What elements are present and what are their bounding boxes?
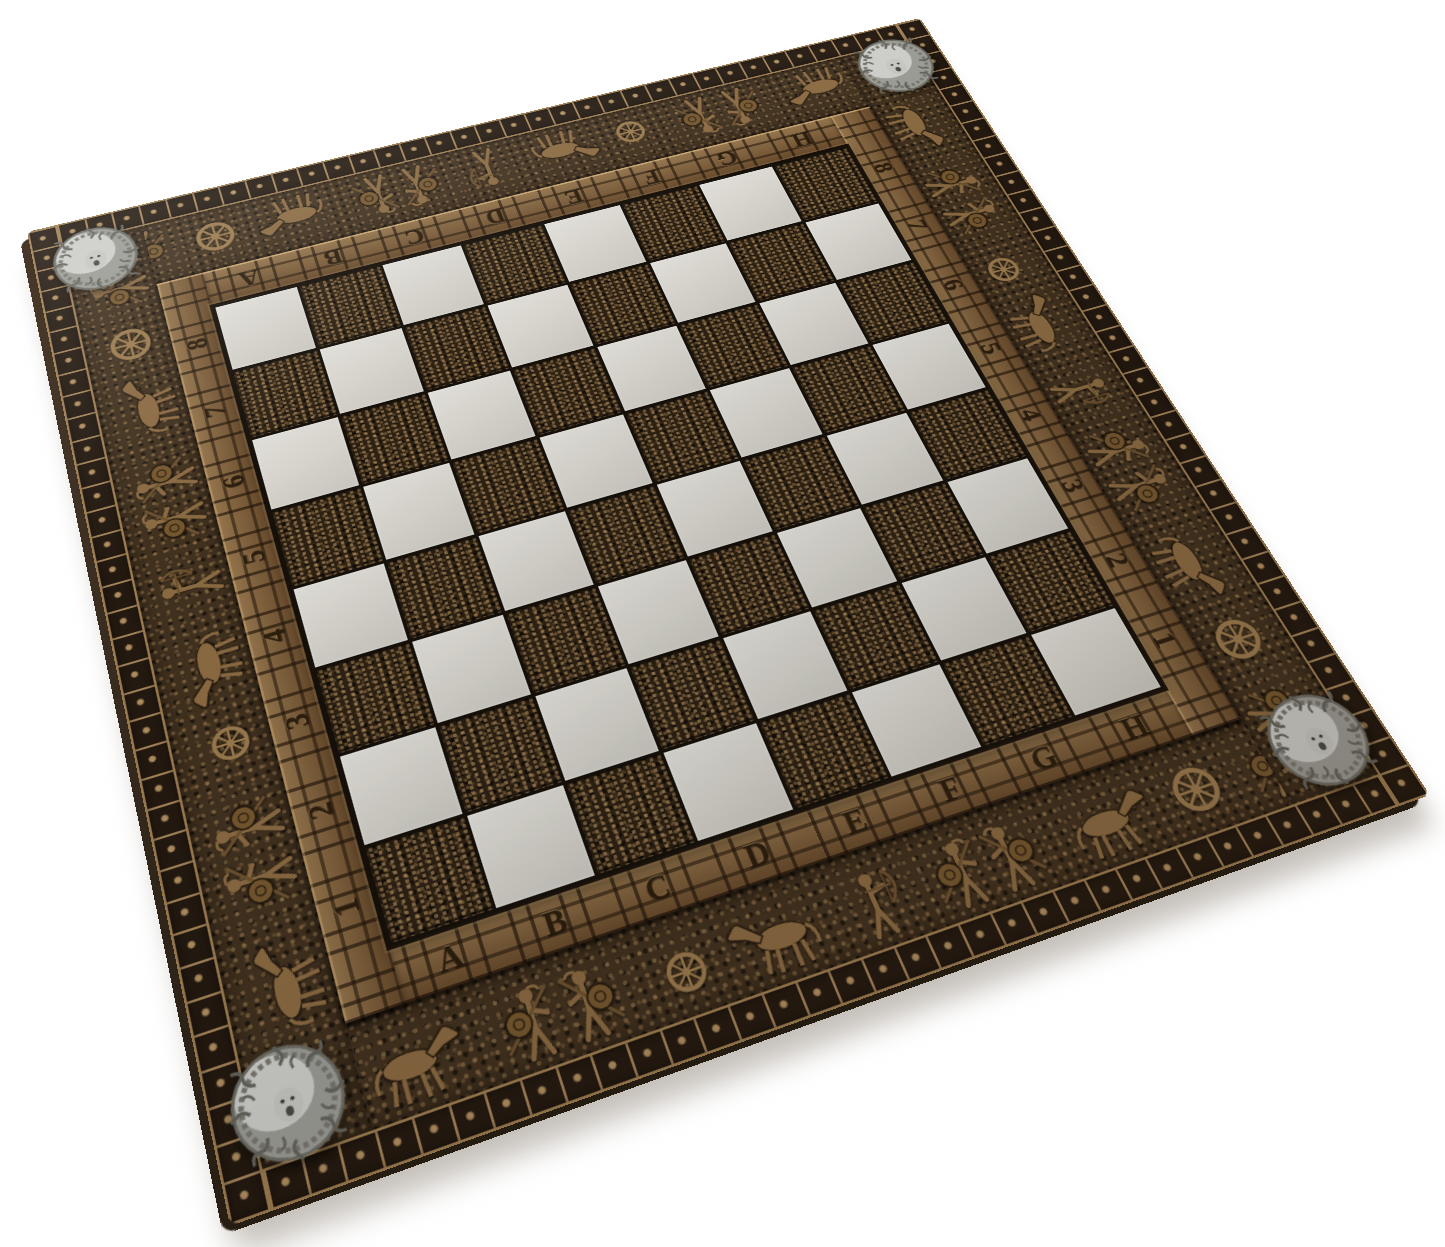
chess-board: A B C D E F G H A B C D E F G H 8 7 6 5 …: [27, 18, 1430, 1226]
scene: A B C D E F G H A B C D E F G H 8 7 6 5 …: [0, 0, 1445, 1247]
